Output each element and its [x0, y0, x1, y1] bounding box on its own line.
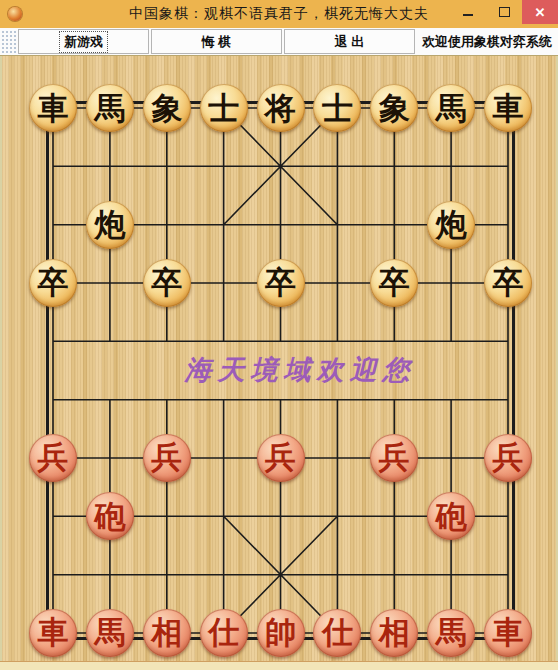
piece-red-soldier[interactable]: 兵: [257, 434, 305, 482]
piece-red-soldier[interactable]: 兵: [143, 434, 191, 482]
piece-black-chariot[interactable]: 車: [29, 84, 77, 132]
window-controls: ✕: [450, 0, 558, 24]
piece-black-horse[interactable]: 馬: [86, 84, 134, 132]
piece-red-soldier[interactable]: 兵: [29, 434, 77, 482]
welcome-status-label: 欢迎使用象棋对弈系统: [416, 28, 558, 55]
piece-black-soldier[interactable]: 卒: [143, 259, 191, 307]
maximize-button[interactable]: [486, 0, 522, 24]
undo-move-label: 悔 棋: [197, 31, 237, 53]
new-game-label: 新游戏: [59, 31, 108, 53]
piece-black-soldier[interactable]: 卒: [484, 259, 532, 307]
piece-black-cannon[interactable]: 炮: [86, 201, 134, 249]
piece-black-soldier[interactable]: 卒: [257, 259, 305, 307]
piece-black-soldier[interactable]: 卒: [370, 259, 418, 307]
window-border-bottom: [0, 661, 558, 670]
toolbar: 新游戏 悔 棋 退 出 欢迎使用象棋对弈系统: [0, 28, 558, 56]
piece-red-advisor[interactable]: 仕: [200, 609, 248, 657]
new-game-button[interactable]: 新游戏: [18, 29, 149, 54]
piece-red-horse[interactable]: 馬: [427, 609, 475, 657]
exit-button[interactable]: 退 出: [284, 29, 415, 54]
piece-red-elephant[interactable]: 相: [143, 609, 191, 657]
exit-label: 退 出: [330, 31, 370, 53]
toolbar-gripper[interactable]: [0, 29, 17, 54]
piece-black-soldier[interactable]: 卒: [29, 259, 77, 307]
piece-red-chariot[interactable]: 車: [484, 609, 532, 657]
piece-black-elephant[interactable]: 象: [143, 84, 191, 132]
piece-red-chariot[interactable]: 車: [29, 609, 77, 657]
piece-black-general[interactable]: 将: [257, 84, 305, 132]
piece-black-advisor[interactable]: 士: [200, 84, 248, 132]
piece-red-cannon[interactable]: 砲: [86, 492, 134, 540]
piece-red-soldier[interactable]: 兵: [484, 434, 532, 482]
piece-red-horse[interactable]: 馬: [86, 609, 134, 657]
minimize-button[interactable]: [450, 0, 486, 24]
titlebar: 中国象棋：观棋不语真君子，棋死无悔大丈夫 ✕: [0, 0, 558, 28]
piece-black-horse[interactable]: 馬: [427, 84, 475, 132]
piece-black-elephant[interactable]: 象: [370, 84, 418, 132]
close-button[interactable]: ✕: [522, 0, 558, 24]
piece-black-chariot[interactable]: 車: [484, 84, 532, 132]
piece-red-general[interactable]: 帥: [257, 609, 305, 657]
undo-move-button[interactable]: 悔 棋: [151, 29, 282, 54]
piece-red-soldier[interactable]: 兵: [370, 434, 418, 482]
window-border-left: [0, 56, 2, 670]
piece-black-cannon[interactable]: 炮: [427, 201, 475, 249]
piece-red-elephant[interactable]: 相: [370, 609, 418, 657]
app-window: 中国象棋：观棋不语真君子，棋死无悔大丈夫 ✕ 新游戏 悔 棋 退 出 欢迎使用象…: [0, 0, 558, 670]
river-welcome-text: 海天境域欢迎您: [170, 352, 430, 388]
